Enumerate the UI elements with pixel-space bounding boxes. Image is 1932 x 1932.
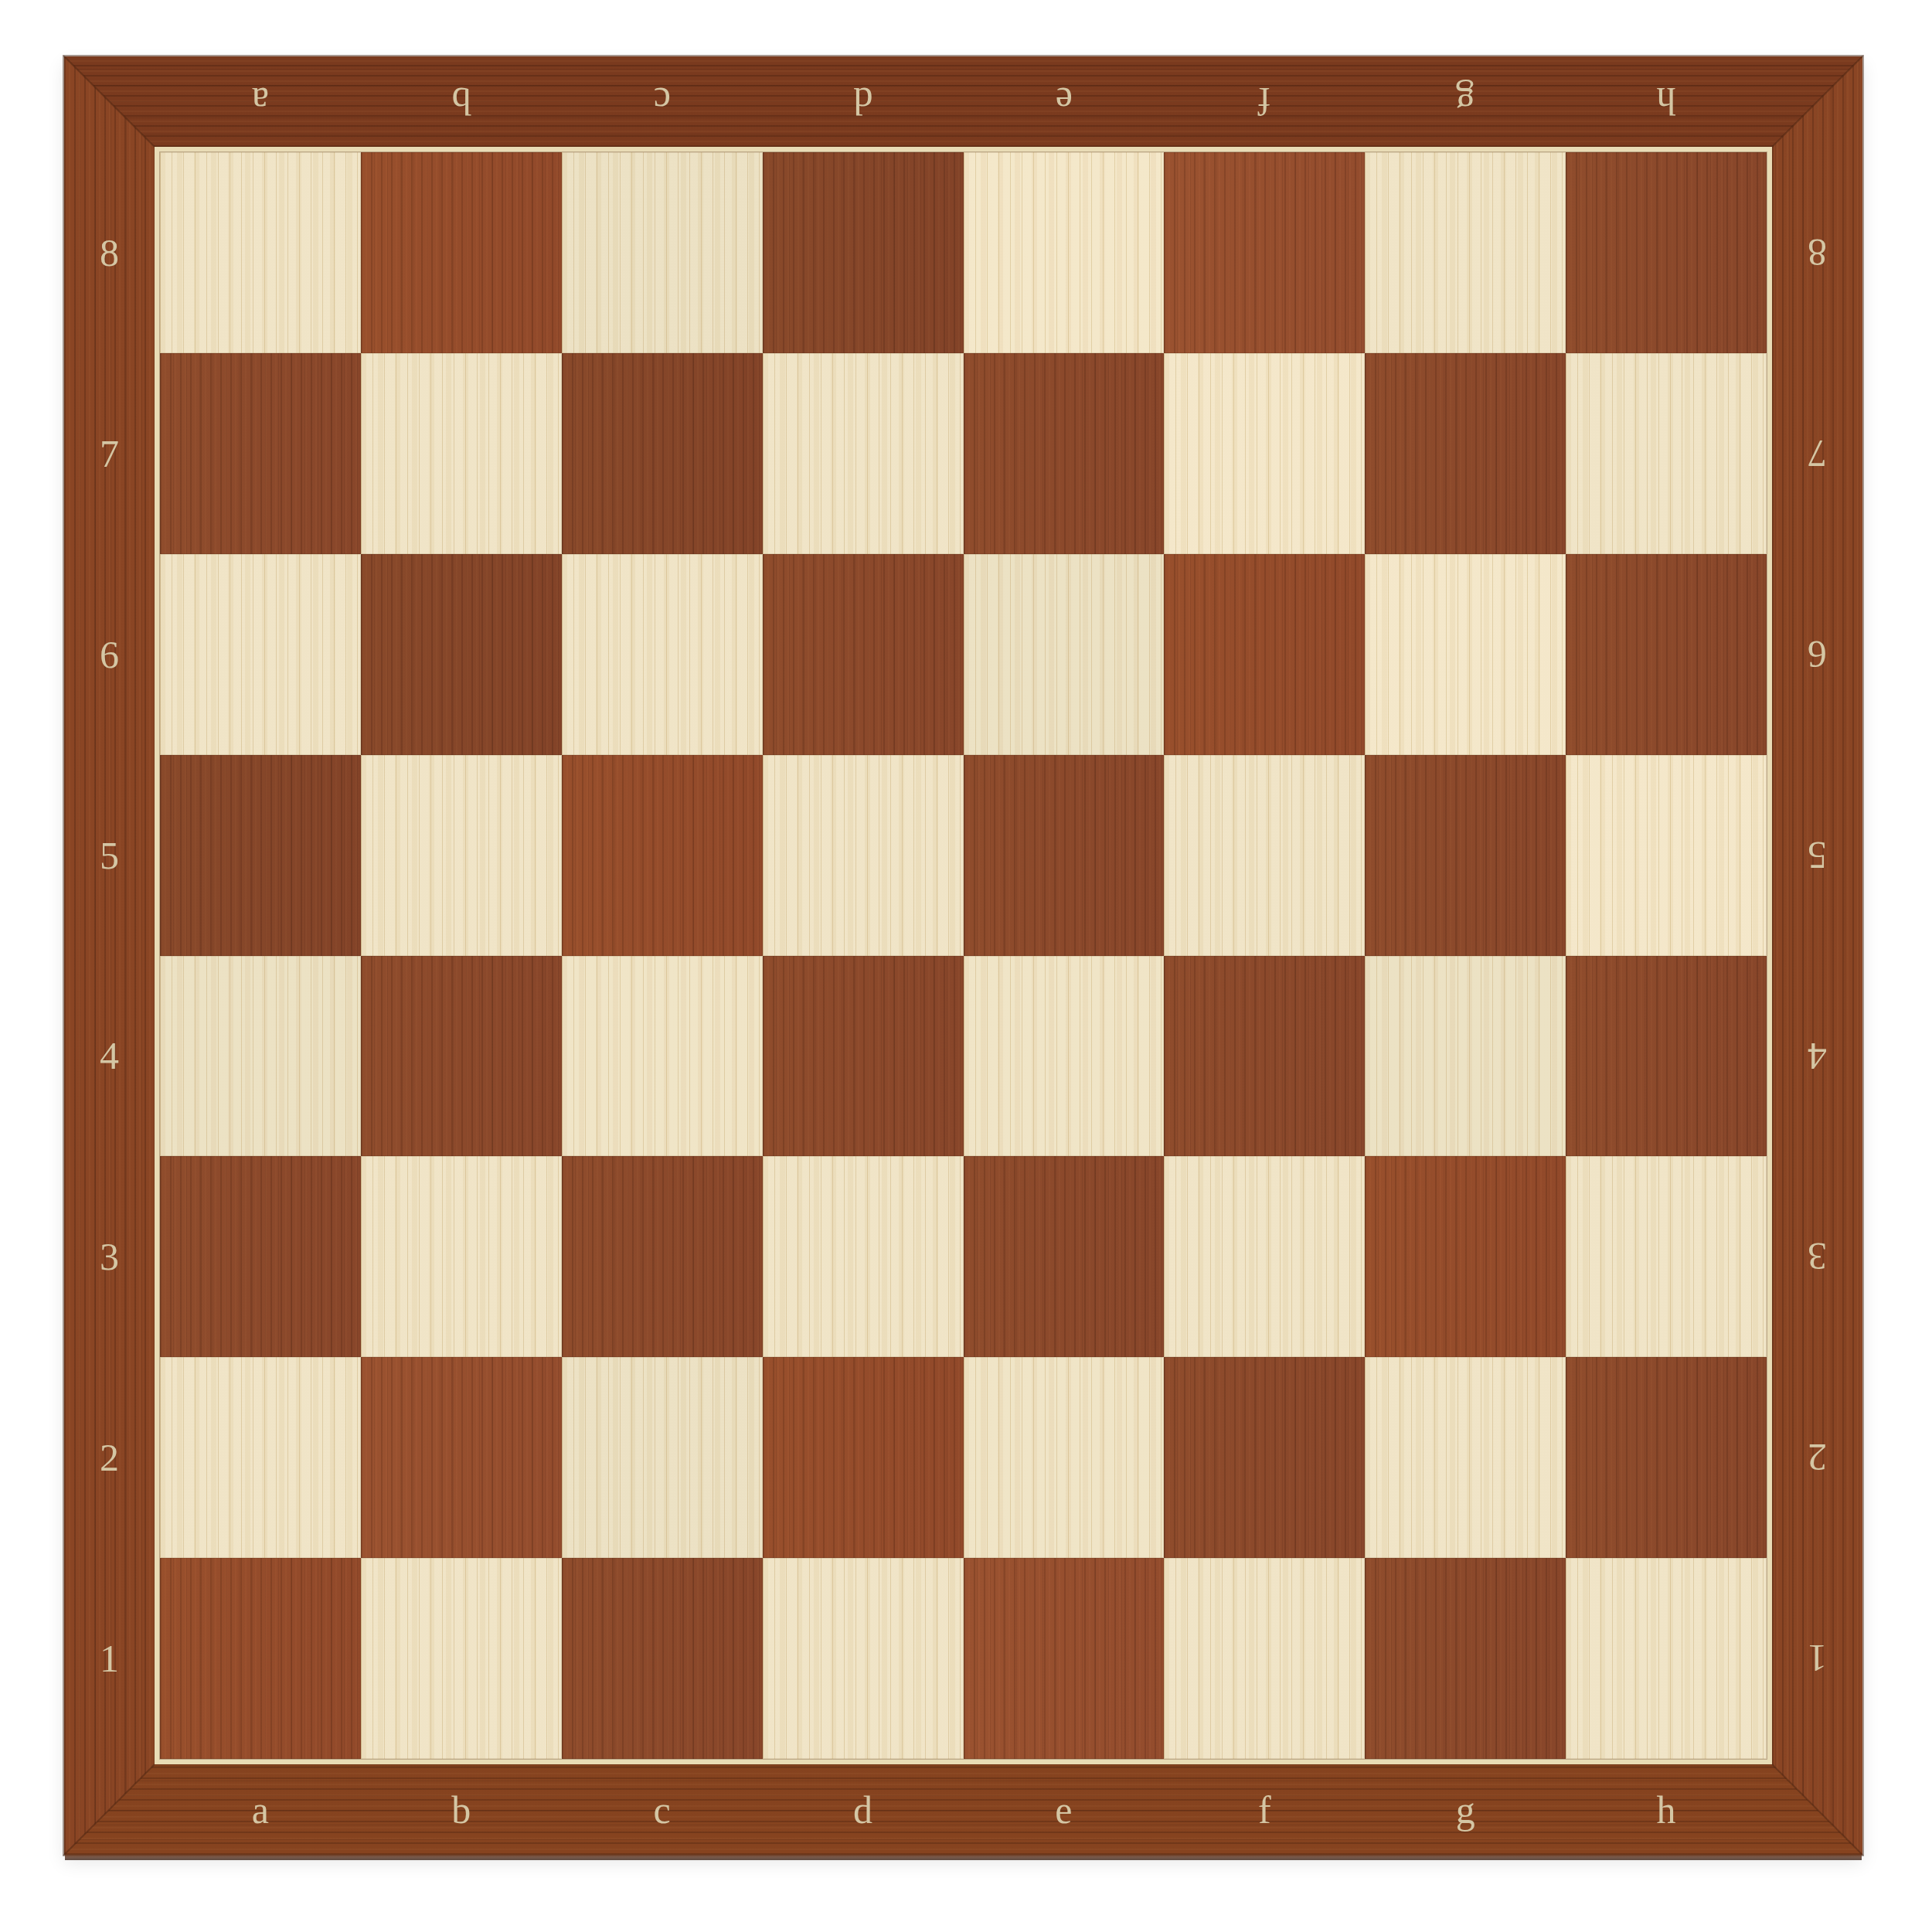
square-e8[interactable] bbox=[964, 152, 1165, 353]
square-e1[interactable] bbox=[964, 1558, 1165, 1759]
square-h6[interactable] bbox=[1566, 554, 1767, 755]
square-f6[interactable] bbox=[1164, 554, 1365, 755]
square-c1[interactable] bbox=[562, 1558, 763, 1759]
square-c4[interactable] bbox=[562, 956, 763, 1157]
square-g4[interactable] bbox=[1365, 956, 1566, 1157]
square-g6[interactable] bbox=[1365, 554, 1566, 755]
square-d6[interactable] bbox=[763, 554, 964, 755]
square-f4[interactable] bbox=[1164, 956, 1365, 1157]
square-a6[interactable] bbox=[160, 554, 361, 755]
photo-background: abcdefgh abcdefgh 87654321 87654321 bbox=[0, 0, 1932, 1932]
square-b1[interactable] bbox=[361, 1558, 562, 1759]
square-a3[interactable] bbox=[160, 1156, 361, 1357]
square-f1[interactable] bbox=[1164, 1558, 1365, 1759]
square-h8[interactable] bbox=[1566, 152, 1767, 353]
square-e6[interactable] bbox=[964, 554, 1165, 755]
square-a2[interactable] bbox=[160, 1357, 361, 1558]
square-d5[interactable] bbox=[763, 755, 964, 956]
square-d8[interactable] bbox=[763, 152, 964, 353]
square-a4[interactable] bbox=[160, 956, 361, 1157]
square-d7[interactable] bbox=[763, 353, 964, 554]
square-g5[interactable] bbox=[1365, 755, 1566, 956]
square-f3[interactable] bbox=[1164, 1156, 1365, 1357]
square-b5[interactable] bbox=[361, 755, 562, 956]
square-b7[interactable] bbox=[361, 353, 562, 554]
square-c7[interactable] bbox=[562, 353, 763, 554]
square-g3[interactable] bbox=[1365, 1156, 1566, 1357]
square-f2[interactable] bbox=[1164, 1357, 1365, 1558]
chess-board: abcdefgh abcdefgh 87654321 87654321 bbox=[64, 56, 1862, 1855]
square-c2[interactable] bbox=[562, 1357, 763, 1558]
square-c6[interactable] bbox=[562, 554, 763, 755]
square-f7[interactable] bbox=[1164, 353, 1365, 554]
square-b8[interactable] bbox=[361, 152, 562, 353]
square-g7[interactable] bbox=[1365, 353, 1566, 554]
square-c3[interactable] bbox=[562, 1156, 763, 1357]
square-h5[interactable] bbox=[1566, 755, 1767, 956]
square-g1[interactable] bbox=[1365, 1558, 1566, 1759]
square-e2[interactable] bbox=[964, 1357, 1165, 1558]
square-e4[interactable] bbox=[964, 956, 1165, 1157]
square-b4[interactable] bbox=[361, 956, 562, 1157]
square-b2[interactable] bbox=[361, 1357, 562, 1558]
square-g8[interactable] bbox=[1365, 152, 1566, 353]
square-e7[interactable] bbox=[964, 353, 1165, 554]
square-d2[interactable] bbox=[763, 1357, 964, 1558]
board-squares bbox=[160, 152, 1767, 1759]
square-d3[interactable] bbox=[763, 1156, 964, 1357]
square-c8[interactable] bbox=[562, 152, 763, 353]
square-e5[interactable] bbox=[964, 755, 1165, 956]
square-a7[interactable] bbox=[160, 353, 361, 554]
square-b3[interactable] bbox=[361, 1156, 562, 1357]
square-h2[interactable] bbox=[1566, 1357, 1767, 1558]
square-h7[interactable] bbox=[1566, 353, 1767, 554]
square-f5[interactable] bbox=[1164, 755, 1365, 956]
square-e3[interactable] bbox=[964, 1156, 1165, 1357]
square-h3[interactable] bbox=[1566, 1156, 1767, 1357]
square-a8[interactable] bbox=[160, 152, 361, 353]
square-d4[interactable] bbox=[763, 956, 964, 1157]
square-a1[interactable] bbox=[160, 1558, 361, 1759]
square-a5[interactable] bbox=[160, 755, 361, 956]
square-b6[interactable] bbox=[361, 554, 562, 755]
square-c5[interactable] bbox=[562, 755, 763, 956]
square-d1[interactable] bbox=[763, 1558, 964, 1759]
square-g2[interactable] bbox=[1365, 1357, 1566, 1558]
square-h4[interactable] bbox=[1566, 956, 1767, 1157]
square-h1[interactable] bbox=[1566, 1558, 1767, 1759]
square-f8[interactable] bbox=[1164, 152, 1365, 353]
